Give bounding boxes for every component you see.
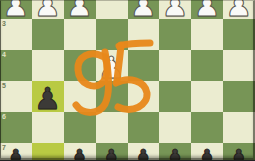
square-g6[interactable] [32, 112, 64, 143]
white-pawn[interactable]: ♟ [32, 0, 64, 21]
square-e2[interactable] [96, 0, 128, 19]
square-a3[interactable] [223, 19, 255, 50]
black-pawn[interactable]: ♟ [191, 145, 223, 161]
white-pawn[interactable]: ♟ [64, 0, 96, 21]
square-f3[interactable] [64, 19, 96, 50]
black-pawn[interactable]: ♟ [159, 145, 191, 161]
square-b2[interactable]: ♟ [191, 0, 223, 19]
black-pawn[interactable]: ♟ [32, 83, 64, 114]
black-pawn[interactable]: ♟ [64, 145, 96, 161]
square-f5[interactable] [64, 81, 96, 112]
square-h4[interactable]: 4 [0, 50, 32, 81]
square-e6[interactable] [96, 112, 128, 143]
square-d7[interactable]: ♟ [128, 143, 160, 160]
square-f4[interactable] [64, 50, 96, 81]
square-d2[interactable]: ♟ [128, 0, 160, 19]
square-e4[interactable]: ♟ [96, 50, 128, 81]
black-pawn[interactable]: ♟ [128, 145, 160, 161]
square-c7[interactable]: ♟ [159, 143, 191, 160]
chess-board[interactable]: ♜♞♝♚♛♝♞♜♟♟♟♟♟♟♟34♟5♟67♟♟♟♟♟♟♟♜♞♝♚♛♝♞♜ [0, 0, 255, 160]
white-pawn[interactable]: ♟ [159, 0, 191, 21]
square-d3[interactable] [128, 19, 160, 50]
chessboard-screenshot: ♜♞♝♚♛♝♞♜♟♟♟♟♟♟♟34♟5♟67♟♟♟♟♟♟♟♜♞♝♚♛♝♞♜ [0, 0, 255, 160]
square-g3[interactable] [32, 19, 64, 50]
square-e5[interactable] [96, 81, 128, 112]
square-e7[interactable]: ♟ [96, 143, 128, 160]
square-g4[interactable] [32, 50, 64, 81]
rank-label-4: 4 [2, 51, 6, 59]
square-f6[interactable] [64, 112, 96, 143]
square-f2[interactable]: ♟ [64, 0, 96, 19]
square-b4[interactable] [191, 50, 223, 81]
rank-label-3: 3 [2, 20, 6, 28]
square-c5[interactable] [159, 81, 191, 112]
square-d4[interactable] [128, 50, 160, 81]
square-h7[interactable]: 7♟ [0, 143, 32, 160]
white-pawn[interactable]: ♟ [223, 0, 255, 21]
square-b7[interactable]: ♟ [191, 143, 223, 160]
square-f7[interactable]: ♟ [64, 143, 96, 160]
white-pawn[interactable]: ♟ [96, 52, 128, 83]
square-g5[interactable]: ♟ [32, 81, 64, 112]
square-c6[interactable] [159, 112, 191, 143]
square-b3[interactable] [191, 19, 223, 50]
square-c3[interactable] [159, 19, 191, 50]
square-a7[interactable]: ♟ [223, 143, 255, 160]
white-pawn[interactable]: ♟ [0, 0, 32, 21]
square-g7[interactable] [32, 143, 64, 160]
black-pawn[interactable]: ♟ [223, 145, 255, 161]
square-c4[interactable] [159, 50, 191, 81]
square-b6[interactable] [191, 112, 223, 143]
black-pawn[interactable]: ♟ [96, 145, 128, 161]
white-pawn[interactable]: ♟ [128, 0, 160, 21]
square-a2[interactable]: ♟ [223, 0, 255, 19]
square-h2[interactable]: ♟ [0, 0, 32, 19]
square-e3[interactable] [96, 19, 128, 50]
square-h5[interactable]: 5 [0, 81, 32, 112]
square-a4[interactable] [223, 50, 255, 81]
square-a5[interactable] [223, 81, 255, 112]
square-a6[interactable] [223, 112, 255, 143]
white-pawn[interactable]: ♟ [191, 0, 223, 21]
rank-label-6: 6 [2, 113, 6, 121]
square-d6[interactable] [128, 112, 160, 143]
rank-label-5: 5 [2, 82, 6, 90]
square-h3[interactable]: 3 [0, 19, 32, 50]
black-pawn[interactable]: ♟ [0, 145, 32, 161]
square-g2[interactable]: ♟ [32, 0, 64, 19]
square-c2[interactable]: ♟ [159, 0, 191, 19]
square-b5[interactable] [191, 81, 223, 112]
square-d5[interactable] [128, 81, 160, 112]
square-h6[interactable]: 6 [0, 112, 32, 143]
